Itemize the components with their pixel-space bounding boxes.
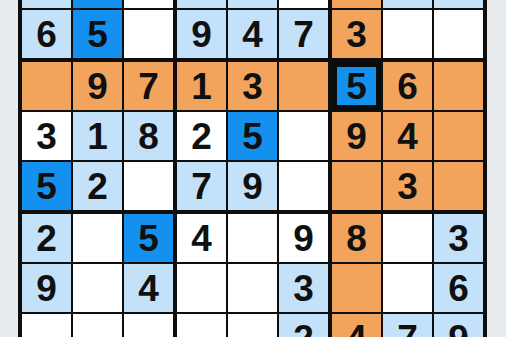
cell-r7c2[interactable] <box>73 214 122 262</box>
cell-r2c7[interactable] <box>332 0 381 8</box>
cell-r3c8[interactable] <box>383 10 432 58</box>
cell-r6c2[interactable]: 2 <box>73 162 122 210</box>
cell-r7c7[interactable]: 8 <box>332 214 381 262</box>
cell-r2c9[interactable] <box>434 0 483 8</box>
cell-r9c7[interactable]: 4 <box>332 314 381 337</box>
cell-r8c1[interactable]: 9 <box>22 264 71 312</box>
cell-r2c5[interactable] <box>228 0 277 8</box>
cell-r5c6[interactable] <box>279 112 328 160</box>
cell-r8c9[interactable]: 6 <box>434 264 483 312</box>
cell-r5c4[interactable]: 2 <box>177 112 226 160</box>
app-background: 65947397135631825945279325498394362479 <box>0 0 506 337</box>
cell-r2c8[interactable] <box>383 0 432 8</box>
cell-r2c4[interactable] <box>177 0 226 8</box>
cell-r5c8[interactable]: 4 <box>383 112 432 160</box>
cell-r8c5[interactable] <box>228 264 277 312</box>
cell-r3c2[interactable]: 5 <box>73 10 122 58</box>
cell-r5c3[interactable]: 8 <box>124 112 173 160</box>
cell-r4c2[interactable]: 9 <box>73 62 122 110</box>
cell-r7c3[interactable]: 5 <box>124 214 173 262</box>
cell-r9c2[interactable] <box>73 314 122 337</box>
cell-r8c2[interactable] <box>73 264 122 312</box>
cell-r2c2[interactable] <box>73 0 122 8</box>
cell-r6c3[interactable] <box>124 162 173 210</box>
cell-r9c1[interactable] <box>22 314 71 337</box>
cell-r4c7-selected[interactable]: 5 <box>332 62 381 110</box>
sudoku-board: 65947397135631825945279325498394362479 <box>18 0 487 337</box>
cell-r7c4[interactable]: 4 <box>177 214 226 262</box>
cell-r3c1[interactable]: 6 <box>22 10 71 58</box>
cell-r6c5[interactable]: 9 <box>228 162 277 210</box>
cell-r5c1[interactable]: 3 <box>22 112 71 160</box>
cell-r4c4[interactable]: 1 <box>177 62 226 110</box>
cell-r2c3[interactable] <box>124 0 173 8</box>
cell-r5c9[interactable] <box>434 112 483 160</box>
cell-r6c1[interactable]: 5 <box>22 162 71 210</box>
cell-r9c8[interactable]: 7 <box>383 314 432 337</box>
cell-r3c3[interactable] <box>124 10 173 58</box>
cell-r8c4[interactable] <box>177 264 226 312</box>
cell-r3c6[interactable]: 7 <box>279 10 328 58</box>
cell-r9c4[interactable] <box>177 314 226 337</box>
cell-r7c9[interactable]: 3 <box>434 214 483 262</box>
cell-r8c3[interactable]: 4 <box>124 264 173 312</box>
cell-r4c8[interactable]: 6 <box>383 62 432 110</box>
cell-r6c7[interactable] <box>332 162 381 210</box>
cell-r6c6[interactable] <box>279 162 328 210</box>
cell-r7c5[interactable] <box>228 214 277 262</box>
cell-r3c5[interactable]: 4 <box>228 10 277 58</box>
cell-r7c1[interactable]: 2 <box>22 214 71 262</box>
cell-r5c7[interactable]: 9 <box>332 112 381 160</box>
cell-r5c2[interactable]: 1 <box>73 112 122 160</box>
cell-r9c5[interactable] <box>228 314 277 337</box>
cell-r3c4[interactable]: 9 <box>177 10 226 58</box>
cell-r5c5[interactable]: 5 <box>228 112 277 160</box>
cell-r9c3[interactable] <box>124 314 173 337</box>
cell-r3c9[interactable] <box>434 10 483 58</box>
cell-r4c9[interactable] <box>434 62 483 110</box>
cell-r4c6[interactable] <box>279 62 328 110</box>
cell-r6c9[interactable] <box>434 162 483 210</box>
cell-r2c6[interactable] <box>279 0 328 8</box>
cell-r4c3[interactable]: 7 <box>124 62 173 110</box>
cell-r6c8[interactable]: 3 <box>383 162 432 210</box>
cell-r4c1[interactable] <box>22 62 71 110</box>
cell-r7c6[interactable]: 9 <box>279 214 328 262</box>
cell-r9c6[interactable]: 2 <box>279 314 328 337</box>
cell-r6c4[interactable]: 7 <box>177 162 226 210</box>
cell-r7c8[interactable] <box>383 214 432 262</box>
cell-r8c6[interactable]: 3 <box>279 264 328 312</box>
cell-r3c7[interactable]: 3 <box>332 10 381 58</box>
cell-r2c1[interactable] <box>22 0 71 8</box>
cell-r8c8[interactable] <box>383 264 432 312</box>
cell-r8c7[interactable] <box>332 264 381 312</box>
cell-r9c9[interactable]: 9 <box>434 314 483 337</box>
cell-r4c5[interactable]: 3 <box>228 62 277 110</box>
